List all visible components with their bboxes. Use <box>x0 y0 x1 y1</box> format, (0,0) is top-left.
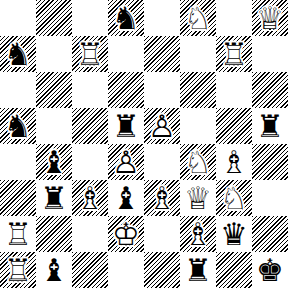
square-c7[interactable]: ♜♖ <box>72 36 108 72</box>
piece-white-rook[interactable]: ♜♖ <box>0 252 36 288</box>
square-g2[interactable]: ♛♛ <box>216 216 252 252</box>
square-b3[interactable]: ♜♜ <box>36 180 72 216</box>
square-d6[interactable] <box>108 72 144 108</box>
square-g3[interactable]: ♞♘ <box>216 180 252 216</box>
white-pawn-icon: ♙ <box>108 144 144 180</box>
black-queen-icon: ♛ <box>216 216 252 252</box>
white-bishop-icon: ♗ <box>144 180 180 216</box>
square-b6[interactable] <box>36 72 72 108</box>
square-a6[interactable] <box>0 72 36 108</box>
square-h7[interactable] <box>252 36 288 72</box>
piece-black-knight[interactable]: ♞♞ <box>108 0 144 36</box>
square-f8[interactable]: ♞♘ <box>180 0 216 36</box>
white-queen-icon: ♕ <box>252 0 288 36</box>
black-rook-icon: ♜ <box>180 252 216 288</box>
white-rook-icon: ♖ <box>216 36 252 72</box>
white-knight-icon: ♘ <box>216 180 252 216</box>
white-rook-icon: ♖ <box>0 252 36 288</box>
square-f2[interactable]: ♝♗ <box>180 216 216 252</box>
square-d1[interactable] <box>108 252 144 288</box>
piece-black-rook[interactable]: ♜♜ <box>36 180 72 216</box>
black-rook-icon: ♜ <box>36 180 72 216</box>
square-b4[interactable]: ♝♝ <box>36 144 72 180</box>
square-a3[interactable] <box>0 180 36 216</box>
square-e4[interactable] <box>144 144 180 180</box>
square-c6[interactable] <box>72 72 108 108</box>
white-king-icon: ♔ <box>108 216 144 252</box>
square-f7[interactable] <box>180 36 216 72</box>
square-g4[interactable]: ♝♗ <box>216 144 252 180</box>
black-bishop-icon: ♝ <box>108 180 144 216</box>
white-queen-icon: ♕ <box>180 180 216 216</box>
square-e7[interactable] <box>144 36 180 72</box>
black-king-icon: ♚ <box>252 252 288 288</box>
white-rook-icon: ♖ <box>72 36 108 72</box>
black-bishop-icon: ♝ <box>36 252 72 288</box>
piece-black-king[interactable]: ♚♚ <box>252 252 288 288</box>
black-knight-icon: ♞ <box>0 108 36 144</box>
square-a2[interactable]: ♜♖ <box>0 216 36 252</box>
square-e8[interactable] <box>144 0 180 36</box>
piece-white-knight[interactable]: ♞♘ <box>216 180 252 216</box>
chess-board: ♞♞♞♘♛♕♞♞♜♖♜♖♞♞♜♜♟♙♜♜♝♝♟♙♞♘♝♗♜♜♝♗♝♝♝♗♛♕♞♘… <box>0 0 288 288</box>
piece-black-queen[interactable]: ♛♛ <box>216 216 252 252</box>
square-g5[interactable] <box>216 108 252 144</box>
piece-white-bishop[interactable]: ♝♗ <box>180 216 216 252</box>
white-knight-icon: ♘ <box>180 0 216 36</box>
piece-black-rook[interactable]: ♜♜ <box>108 108 144 144</box>
square-d2[interactable]: ♚♔ <box>108 216 144 252</box>
piece-white-pawn[interactable]: ♟♙ <box>144 108 180 144</box>
square-b8[interactable] <box>36 0 72 36</box>
square-g7[interactable]: ♜♖ <box>216 36 252 72</box>
square-c3[interactable]: ♝♗ <box>72 180 108 216</box>
square-e1[interactable] <box>144 252 180 288</box>
square-c4[interactable] <box>72 144 108 180</box>
square-d7[interactable] <box>108 36 144 72</box>
square-e6[interactable] <box>144 72 180 108</box>
black-bishop-icon: ♝ <box>36 144 72 180</box>
square-g8[interactable] <box>216 0 252 36</box>
black-rook-icon: ♜ <box>252 108 288 144</box>
black-rook-icon: ♜ <box>108 108 144 144</box>
black-knight-icon: ♞ <box>108 0 144 36</box>
square-c1[interactable] <box>72 252 108 288</box>
black-knight-icon: ♞ <box>0 36 36 72</box>
piece-black-knight[interactable]: ♞♞ <box>0 36 36 72</box>
square-d8[interactable]: ♞♞ <box>108 0 144 36</box>
square-a8[interactable] <box>0 0 36 36</box>
square-a1[interactable]: ♜♖ <box>0 252 36 288</box>
white-bishop-icon: ♗ <box>180 216 216 252</box>
square-h6[interactable] <box>252 72 288 108</box>
square-b5[interactable] <box>36 108 72 144</box>
square-d3[interactable]: ♝♝ <box>108 180 144 216</box>
square-h1[interactable]: ♚♚ <box>252 252 288 288</box>
piece-black-rook[interactable]: ♜♜ <box>252 108 288 144</box>
square-d4[interactable]: ♟♙ <box>108 144 144 180</box>
square-h5[interactable]: ♜♜ <box>252 108 288 144</box>
square-h3[interactable] <box>252 180 288 216</box>
piece-white-rook[interactable]: ♜♖ <box>72 36 108 72</box>
square-h2[interactable] <box>252 216 288 252</box>
square-c2[interactable] <box>72 216 108 252</box>
piece-white-knight[interactable]: ♞♘ <box>180 0 216 36</box>
piece-white-bishop[interactable]: ♝♗ <box>216 144 252 180</box>
piece-white-queen[interactable]: ♛♕ <box>252 0 288 36</box>
white-rook-icon: ♖ <box>0 216 36 252</box>
square-e3[interactable]: ♝♗ <box>144 180 180 216</box>
square-h4[interactable] <box>252 144 288 180</box>
piece-black-rook[interactable]: ♜♜ <box>180 252 216 288</box>
square-h8[interactable]: ♛♕ <box>252 0 288 36</box>
piece-white-bishop[interactable]: ♝♗ <box>144 180 180 216</box>
white-bishop-icon: ♗ <box>72 180 108 216</box>
square-f5[interactable] <box>180 108 216 144</box>
piece-white-queen[interactable]: ♛♕ <box>180 180 216 216</box>
piece-white-rook[interactable]: ♜♖ <box>0 216 36 252</box>
square-f4[interactable]: ♞♘ <box>180 144 216 180</box>
square-f3[interactable]: ♛♕ <box>180 180 216 216</box>
piece-white-bishop[interactable]: ♝♗ <box>72 180 108 216</box>
white-pawn-icon: ♙ <box>144 108 180 144</box>
piece-white-knight[interactable]: ♞♘ <box>180 144 216 180</box>
square-d5[interactable]: ♜♜ <box>108 108 144 144</box>
square-f6[interactable] <box>180 72 216 108</box>
square-b7[interactable] <box>36 36 72 72</box>
square-b1[interactable]: ♝♝ <box>36 252 72 288</box>
square-a5[interactable]: ♞♞ <box>0 108 36 144</box>
square-g1[interactable] <box>216 252 252 288</box>
square-e2[interactable] <box>144 216 180 252</box>
piece-white-pawn[interactable]: ♟♙ <box>108 144 144 180</box>
square-e5[interactable]: ♟♙ <box>144 108 180 144</box>
piece-black-bishop[interactable]: ♝♝ <box>108 180 144 216</box>
piece-white-king[interactable]: ♚♔ <box>108 216 144 252</box>
square-b2[interactable] <box>36 216 72 252</box>
piece-white-rook[interactable]: ♜♖ <box>216 36 252 72</box>
square-c8[interactable] <box>72 0 108 36</box>
square-f1[interactable]: ♜♜ <box>180 252 216 288</box>
piece-black-bishop[interactable]: ♝♝ <box>36 252 72 288</box>
square-c5[interactable] <box>72 108 108 144</box>
square-g6[interactable] <box>216 72 252 108</box>
square-a7[interactable]: ♞♞ <box>0 36 36 72</box>
white-bishop-icon: ♗ <box>216 144 252 180</box>
piece-black-knight[interactable]: ♞♞ <box>0 108 36 144</box>
white-knight-icon: ♘ <box>180 144 216 180</box>
square-a4[interactable] <box>0 144 36 180</box>
piece-black-bishop[interactable]: ♝♝ <box>36 144 72 180</box>
